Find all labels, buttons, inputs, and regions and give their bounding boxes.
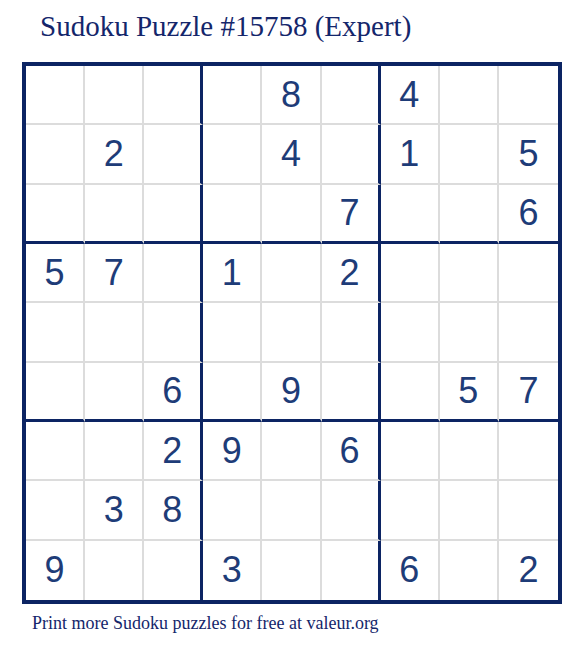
footer-text: Print more Sudoku puzzles for free at va… — [32, 613, 379, 634]
sudoku-cell-r7c7[interactable] — [381, 422, 440, 481]
sudoku-cell-r3c5[interactable] — [262, 185, 321, 244]
sudoku-cell-r3c2[interactable] — [85, 185, 144, 244]
sudoku-cell-r2c9[interactable]: 5 — [499, 125, 558, 184]
sudoku-cell-r7c3[interactable]: 2 — [144, 422, 203, 481]
sudoku-cell-r1c5[interactable]: 8 — [262, 66, 321, 125]
sudoku-cell-r4c2[interactable]: 7 — [85, 244, 144, 303]
sudoku-cell-r1c6[interactable] — [322, 66, 381, 125]
sudoku-cell-r5c1[interactable] — [26, 303, 85, 362]
sudoku-cell-r4c9[interactable] — [499, 244, 558, 303]
sudoku-cell-r3c3[interactable] — [144, 185, 203, 244]
sudoku-cell-r6c3[interactable]: 6 — [144, 363, 203, 422]
sudoku-cell-r1c7[interactable]: 4 — [381, 66, 440, 125]
sudoku-cell-r7c1[interactable] — [26, 422, 85, 481]
sudoku-cell-r8c5[interactable] — [262, 481, 321, 540]
sudoku-cell-r2c6[interactable] — [322, 125, 381, 184]
sudoku-cell-r7c5[interactable] — [262, 422, 321, 481]
sudoku-cell-r8c9[interactable] — [499, 481, 558, 540]
sudoku-cell-r5c5[interactable] — [262, 303, 321, 362]
sudoku-cell-r2c1[interactable] — [26, 125, 85, 184]
sudoku-cell-r6c1[interactable] — [26, 363, 85, 422]
page-title: Sudoku Puzzle #15758 (Expert) — [40, 10, 411, 43]
sudoku-cell-r1c3[interactable] — [144, 66, 203, 125]
sudoku-cell-r6c8[interactable]: 5 — [440, 363, 499, 422]
sudoku-cell-r8c6[interactable] — [322, 481, 381, 540]
sudoku-cell-r9c8[interactable] — [440, 541, 499, 600]
sudoku-cell-r8c8[interactable] — [440, 481, 499, 540]
sudoku-cell-r4c1[interactable]: 5 — [26, 244, 85, 303]
sudoku-cell-r5c3[interactable] — [144, 303, 203, 362]
sudoku-page: Sudoku Puzzle #15758 (Expert) 8424157657… — [0, 0, 580, 651]
sudoku-cell-r5c6[interactable] — [322, 303, 381, 362]
sudoku-cell-r9c6[interactable] — [322, 541, 381, 600]
sudoku-cell-r4c5[interactable] — [262, 244, 321, 303]
sudoku-cell-r5c8[interactable] — [440, 303, 499, 362]
sudoku-cell-r6c4[interactable] — [203, 363, 262, 422]
sudoku-cell-r2c5[interactable]: 4 — [262, 125, 321, 184]
sudoku-cell-r1c2[interactable] — [85, 66, 144, 125]
sudoku-cell-r7c9[interactable] — [499, 422, 558, 481]
sudoku-cell-r6c5[interactable]: 9 — [262, 363, 321, 422]
sudoku-cell-r3c7[interactable] — [381, 185, 440, 244]
sudoku-cell-r8c7[interactable] — [381, 481, 440, 540]
sudoku-cell-r1c1[interactable] — [26, 66, 85, 125]
sudoku-cell-r2c2[interactable]: 2 — [85, 125, 144, 184]
sudoku-cell-r8c2[interactable]: 3 — [85, 481, 144, 540]
sudoku-cell-r4c6[interactable]: 2 — [322, 244, 381, 303]
sudoku-cell-r6c6[interactable] — [322, 363, 381, 422]
sudoku-cell-r2c3[interactable] — [144, 125, 203, 184]
sudoku-cell-r3c4[interactable] — [203, 185, 262, 244]
sudoku-cell-r6c7[interactable] — [381, 363, 440, 422]
sudoku-cell-r7c6[interactable]: 6 — [322, 422, 381, 481]
sudoku-cell-r9c9[interactable]: 2 — [499, 541, 558, 600]
sudoku-cell-r1c4[interactable] — [203, 66, 262, 125]
sudoku-cell-r5c7[interactable] — [381, 303, 440, 362]
sudoku-cell-r9c2[interactable] — [85, 541, 144, 600]
sudoku-cell-r3c1[interactable] — [26, 185, 85, 244]
sudoku-cell-r3c9[interactable]: 6 — [499, 185, 558, 244]
sudoku-cell-r1c8[interactable] — [440, 66, 499, 125]
sudoku-cell-r2c7[interactable]: 1 — [381, 125, 440, 184]
sudoku-cell-r9c3[interactable] — [144, 541, 203, 600]
sudoku-cell-r8c1[interactable] — [26, 481, 85, 540]
sudoku-cell-r2c4[interactable] — [203, 125, 262, 184]
sudoku-cell-r7c8[interactable] — [440, 422, 499, 481]
sudoku-cell-r5c2[interactable] — [85, 303, 144, 362]
sudoku-cell-r6c2[interactable] — [85, 363, 144, 422]
sudoku-cell-r9c4[interactable]: 3 — [203, 541, 262, 600]
sudoku-cell-r2c8[interactable] — [440, 125, 499, 184]
sudoku-cell-r9c1[interactable]: 9 — [26, 541, 85, 600]
sudoku-cell-r9c5[interactable] — [262, 541, 321, 600]
sudoku-cell-r3c8[interactable] — [440, 185, 499, 244]
sudoku-cell-r7c4[interactable]: 9 — [203, 422, 262, 481]
sudoku-grid: 8424157657126957296389362 — [22, 62, 562, 604]
sudoku-cell-r4c7[interactable] — [381, 244, 440, 303]
sudoku-cell-r5c4[interactable] — [203, 303, 262, 362]
sudoku-cell-r1c9[interactable] — [499, 66, 558, 125]
sudoku-cell-r5c9[interactable] — [499, 303, 558, 362]
sudoku-cell-r6c9[interactable]: 7 — [499, 363, 558, 422]
sudoku-cell-r9c7[interactable]: 6 — [381, 541, 440, 600]
sudoku-cell-r8c4[interactable] — [203, 481, 262, 540]
sudoku-cell-r4c8[interactable] — [440, 244, 499, 303]
sudoku-cell-r4c3[interactable] — [144, 244, 203, 303]
sudoku-cell-r8c3[interactable]: 8 — [144, 481, 203, 540]
sudoku-cell-r4c4[interactable]: 1 — [203, 244, 262, 303]
sudoku-cell-r7c2[interactable] — [85, 422, 144, 481]
sudoku-cell-r3c6[interactable]: 7 — [322, 185, 381, 244]
